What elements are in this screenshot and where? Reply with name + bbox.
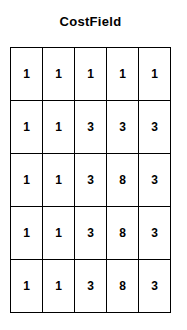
cost-field-figure: CostField 1111111333113831138311383	[0, 0, 187, 330]
figure-title: CostField	[10, 14, 171, 29]
grid-cell-r3c3: 3	[75, 154, 106, 206]
grid-cell-r2c4: 3	[107, 101, 138, 153]
grid-cell-r3c1: 1	[11, 154, 42, 206]
grid-cell-r5c3: 3	[75, 260, 106, 312]
grid-cell-r3c5: 3	[139, 154, 170, 206]
grid-cell-r4c4: 8	[107, 207, 138, 259]
grid-cell-r2c3: 3	[75, 101, 106, 153]
grid-cell-r1c1: 1	[11, 48, 42, 100]
grid-cell-r4c2: 1	[43, 207, 74, 259]
grid-cell-r1c2: 1	[43, 48, 74, 100]
grid-cell-r1c4: 1	[107, 48, 138, 100]
grid-cell-r3c4: 8	[107, 154, 138, 206]
grid-cell-r4c5: 3	[139, 207, 170, 259]
grid-cell-r1c5: 1	[139, 48, 170, 100]
grid-cell-r3c2: 1	[43, 154, 74, 206]
grid-cell-r5c5: 3	[139, 260, 170, 312]
grid-cell-r2c2: 1	[43, 101, 74, 153]
grid-cell-r4c3: 3	[75, 207, 106, 259]
grid-cell-r4c1: 1	[11, 207, 42, 259]
grid-cell-r5c4: 8	[107, 260, 138, 312]
grid-cell-r5c2: 1	[43, 260, 74, 312]
grid-cell-r1c3: 1	[75, 48, 106, 100]
grid-cell-r5c1: 1	[11, 260, 42, 312]
grid-cell-r2c5: 3	[139, 101, 170, 153]
cost-grid: 1111111333113831138311383	[10, 47, 171, 313]
grid-cell-r2c1: 1	[11, 101, 42, 153]
